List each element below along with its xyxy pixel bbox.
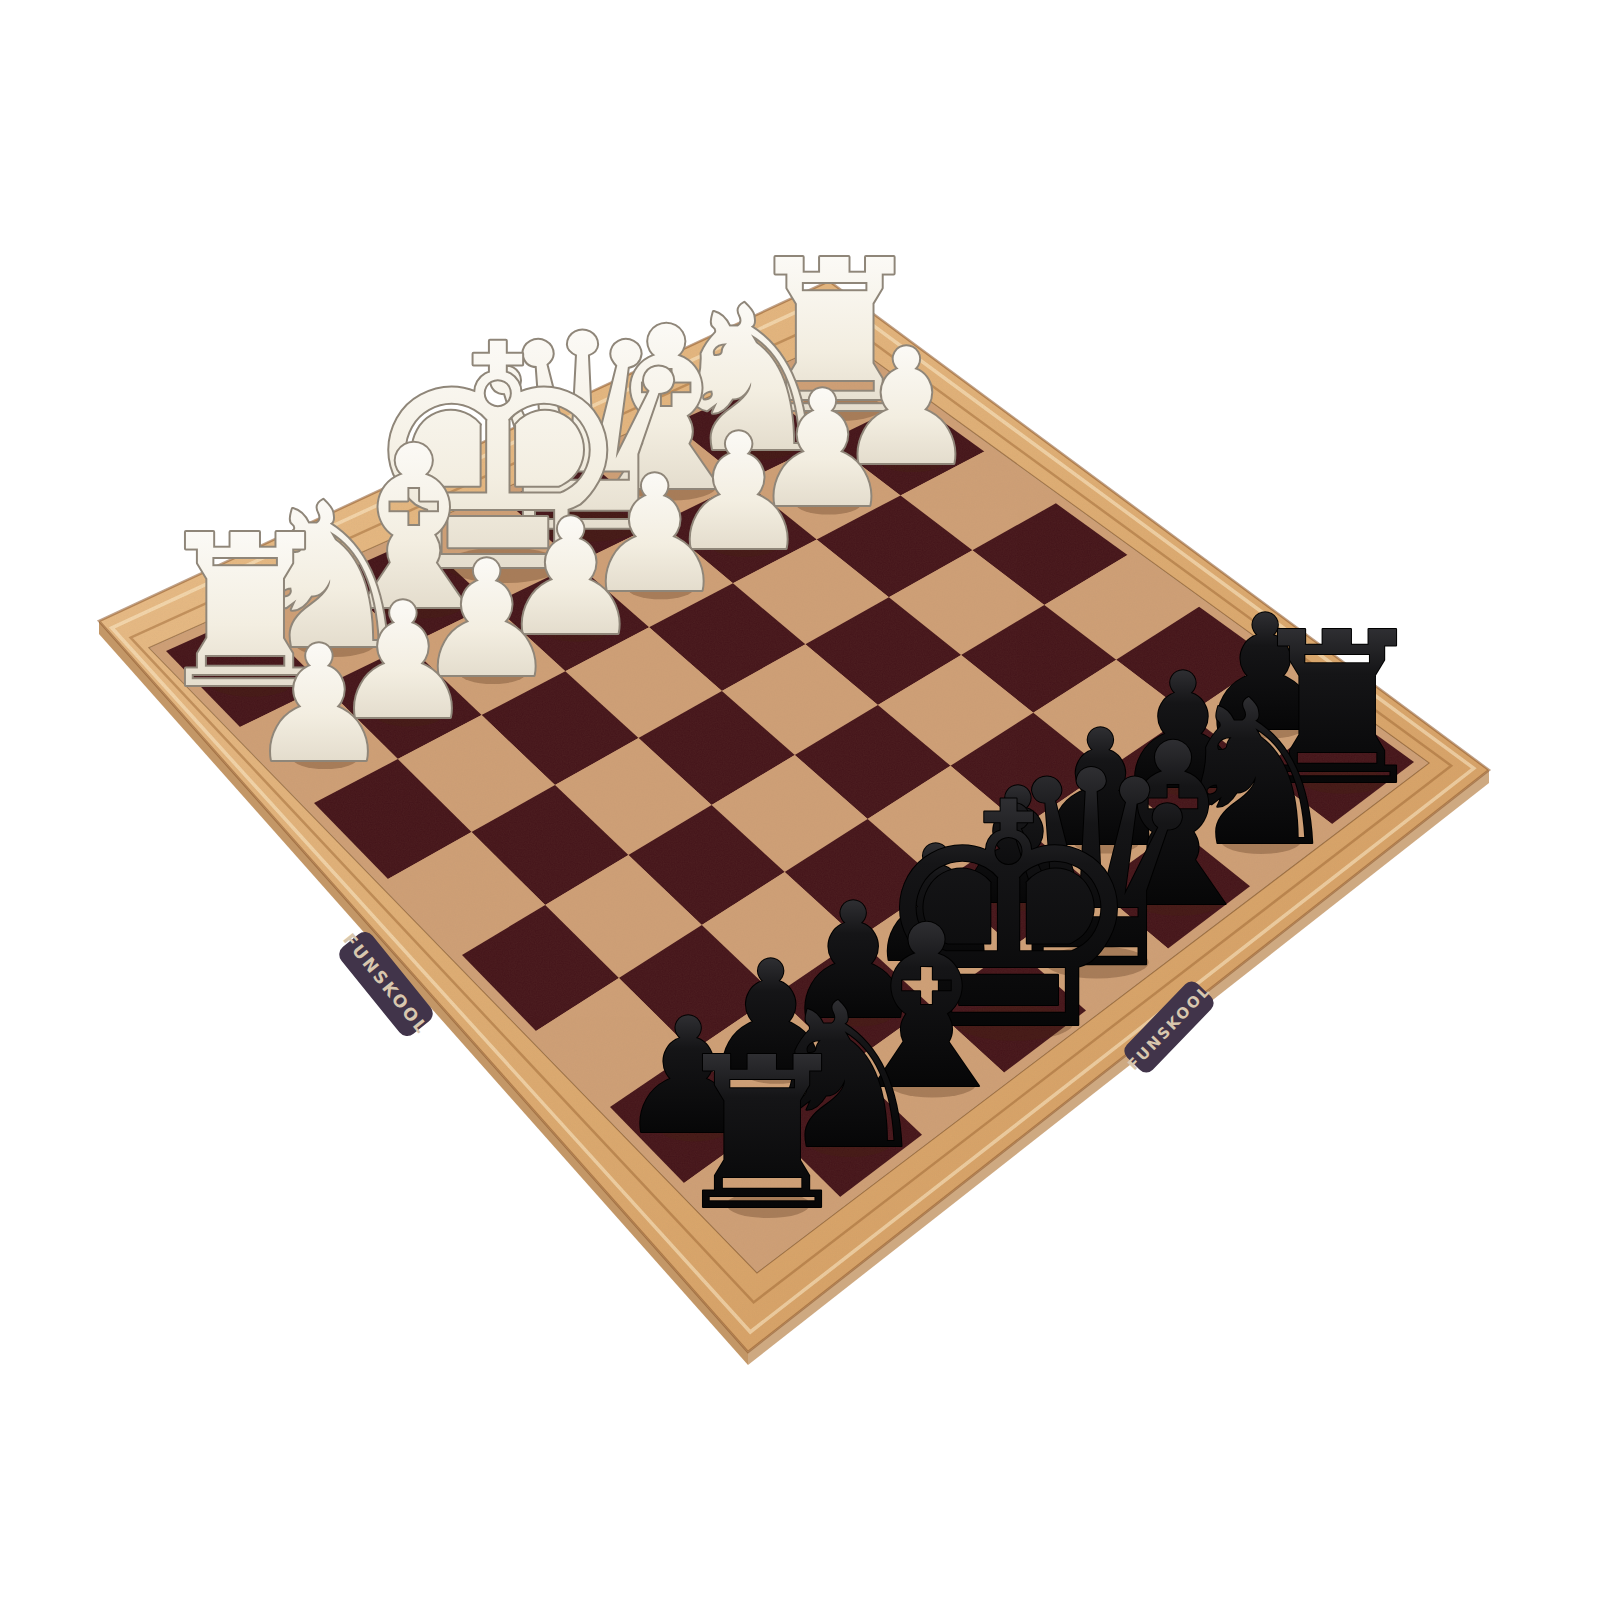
piece-white-pawn-h2[interactable]: ♟ xyxy=(247,611,390,798)
piece-black-rook-h8[interactable]: ♜ xyxy=(668,1012,856,1257)
chessboard-photo: FUNSKOOL FUNSKOOL ♜♞♟♝♟♛♟♚♟♝♟♞♟♜♟♟♟♜♟♞♟♟… xyxy=(0,0,1600,1600)
chessboard-scene: FUNSKOOL FUNSKOOL ♜♞♟♝♟♛♟♚♟♝♟♞♟♜♟♟♟♜♟♞♟♟… xyxy=(0,0,1600,1600)
